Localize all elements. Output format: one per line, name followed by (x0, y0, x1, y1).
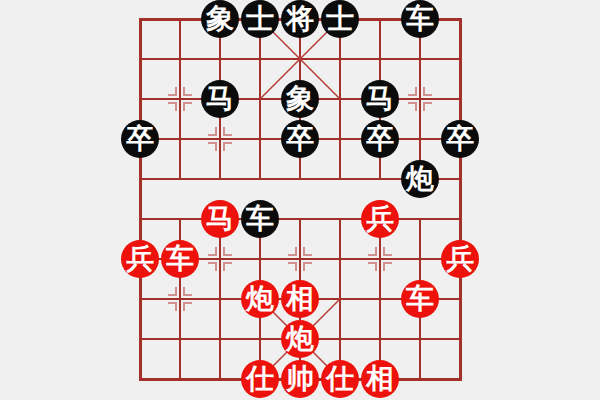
piece-red-advisor[interactable]: 仕 (241, 360, 279, 398)
piece-black-pawn[interactable]: 卒 (361, 120, 399, 158)
piece-red-cannon[interactable]: 炮 (241, 280, 279, 318)
piece-red-chariot[interactable]: 车 (161, 240, 199, 278)
piece-red-chariot[interactable]: 车 (401, 280, 439, 318)
piece-black-advisor[interactable]: 士 (321, 0, 359, 38)
piece-black-horse[interactable]: 马 (201, 80, 239, 118)
piece-layer: 象士将士车马象马卒卒卒卒炮马车兵兵车兵炮相车炮仕帅仕相 (120, 0, 480, 399)
piece-black-chariot[interactable]: 车 (241, 200, 279, 238)
piece-red-advisor[interactable]: 仕 (321, 360, 359, 398)
piece-black-pawn[interactable]: 卒 (281, 120, 319, 158)
piece-red-pawn[interactable]: 兵 (121, 240, 159, 278)
piece-red-king[interactable]: 帅 (281, 360, 319, 398)
piece-black-elephant[interactable]: 象 (281, 80, 319, 118)
piece-black-elephant[interactable]: 象 (201, 0, 239, 38)
piece-black-advisor[interactable]: 士 (241, 0, 279, 38)
piece-red-elephant[interactable]: 相 (281, 280, 319, 318)
piece-black-cannon[interactable]: 炮 (401, 160, 439, 198)
piece-black-pawn[interactable]: 卒 (441, 120, 479, 158)
piece-red-elephant[interactable]: 相 (361, 360, 399, 398)
piece-red-pawn[interactable]: 兵 (441, 240, 479, 278)
piece-black-king[interactable]: 将 (281, 0, 319, 38)
piece-black-chariot[interactable]: 车 (401, 0, 439, 38)
piece-red-cannon[interactable]: 炮 (281, 320, 319, 358)
piece-black-pawn[interactable]: 卒 (121, 120, 159, 158)
piece-red-horse[interactable]: 马 (201, 200, 239, 238)
piece-red-pawn[interactable]: 兵 (361, 200, 399, 238)
app-background: 象士将士车马象马卒卒卒卒炮马车兵兵车兵炮相车炮仕帅仕相 (0, 0, 600, 400)
piece-black-horse[interactable]: 马 (361, 80, 399, 118)
